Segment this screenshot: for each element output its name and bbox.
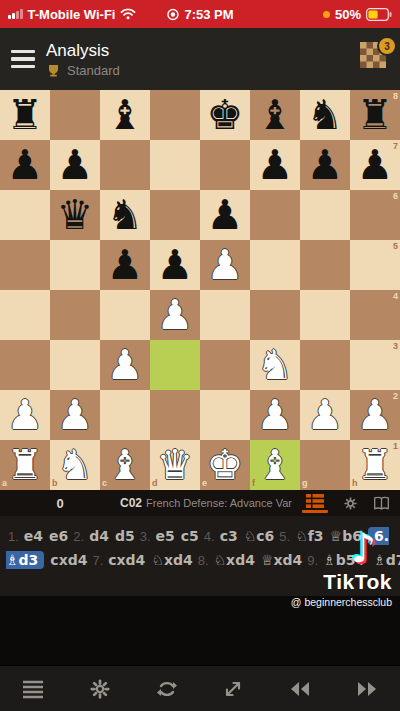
white-b-piece: ♝ [100, 440, 150, 490]
square-c3[interactable]: ♟ [100, 340, 150, 390]
rank-label-8: 8 [393, 92, 398, 101]
square-c7[interactable] [100, 140, 150, 190]
square-f6[interactable] [250, 190, 300, 240]
gear-nodes-icon [342, 495, 359, 512]
tab-move-list[interactable] [302, 494, 328, 513]
square-h4[interactable]: 4 [350, 290, 400, 340]
black-p-piece: ♟ [150, 240, 200, 290]
move-number: 7. [92, 553, 103, 568]
cycle-arrows-icon [155, 678, 179, 700]
white-n-piece: ♞ [250, 340, 300, 390]
move-list-icon [306, 494, 324, 508]
square-a1[interactable]: ♜a [0, 440, 50, 490]
status-bar: T-Mobile Wi-Fi 7:53 PM 50% [0, 0, 400, 28]
screen-recording-icon [166, 8, 179, 21]
black-n-piece: ♞ [300, 90, 350, 140]
rank-label-4: 4 [393, 292, 398, 301]
square-f3[interactable]: ♞ [250, 340, 300, 390]
black-q-piece: ♛ [50, 190, 100, 240]
move-list: 1.e4e62.d4d53.e5c54.c3♘c65.♘f3♕b66. ♗d3c… [0, 516, 400, 596]
square-b5[interactable] [50, 240, 100, 290]
square-a8[interactable]: ♜ [0, 90, 50, 140]
square-d2[interactable] [150, 390, 200, 440]
square-d7[interactable] [150, 140, 200, 190]
square-b4[interactable] [50, 290, 100, 340]
move[interactable]: e5 [156, 528, 175, 544]
move[interactable]: d4 [89, 528, 109, 544]
tab-opening-book[interactable] [373, 496, 390, 511]
battery-icon [366, 8, 392, 21]
rank-label-1: 1 [393, 442, 398, 451]
square-f5[interactable] [250, 240, 300, 290]
rank-label-7: 7 [393, 142, 398, 151]
square-e5[interactable]: ♟ [200, 240, 250, 290]
square-g4[interactable] [300, 290, 350, 340]
white-b-piece: ♝ [250, 440, 300, 490]
square-f8[interactable]: ♝ [250, 90, 300, 140]
eco-code: C02 [120, 496, 142, 510]
rewind-button[interactable] [280, 669, 320, 709]
fast-backward-icon [288, 680, 312, 698]
move[interactable]: cxd4 [108, 552, 145, 568]
square-h8[interactable]: ♜8 [350, 90, 400, 140]
square-d1[interactable]: ♛d [150, 440, 200, 490]
battery-percent: 50% [335, 7, 361, 22]
square-c2[interactable] [100, 390, 150, 440]
square-c1[interactable]: ♝c [100, 440, 150, 490]
move[interactable]: ♗d7 [373, 552, 400, 568]
move[interactable]: ♘xd4 [151, 552, 192, 568]
menu-button[interactable] [0, 50, 46, 69]
move[interactable]: cxd4 [50, 552, 87, 568]
eval-value: 0 [0, 496, 120, 511]
square-d8[interactable] [150, 90, 200, 140]
white-p-piece: ♟ [300, 390, 350, 440]
chess-board: ♜♝♚♝♞♜8♟♟♟♟♟7♛♞♟6♟♟♟5♟4♟♞3♟♟♟♟♟2♜a♞b♝c♛d… [0, 90, 400, 490]
square-e2[interactable] [200, 390, 250, 440]
square-g2[interactable]: ♟ [300, 390, 350, 440]
square-e8[interactable]: ♚ [200, 90, 250, 140]
square-d6[interactable] [150, 190, 200, 240]
file-label-f: f [252, 479, 255, 488]
black-p-piece: ♟ [50, 140, 100, 190]
rank-label-2: 2 [393, 392, 398, 401]
square-h2[interactable]: ♟2 [350, 390, 400, 440]
app-header: Analysis Standard 3 [0, 28, 400, 90]
square-b3[interactable] [50, 340, 100, 390]
file-label-h: h [352, 479, 358, 488]
board-switcher-button[interactable]: 3 [360, 42, 390, 72]
white-r-piece: ♜ [0, 440, 50, 490]
square-a5[interactable] [0, 240, 50, 290]
notification-badge: 3 [377, 36, 397, 56]
square-b6[interactable]: ♛ [50, 190, 100, 240]
move[interactable]: ♘xd4 [214, 552, 255, 568]
black-p-piece: ♟ [100, 240, 150, 290]
move[interactable]: ♕xd4 [261, 552, 302, 568]
file-label-g: g [302, 479, 308, 488]
square-h5[interactable]: 5 [350, 240, 400, 290]
book-icon [373, 496, 390, 511]
black-k-piece: ♚ [200, 90, 250, 140]
move[interactable]: ♘c6 [244, 528, 275, 544]
move-number: 3. [140, 529, 151, 544]
lower-background [0, 596, 400, 665]
move[interactable]: ♘f3 [295, 528, 323, 544]
square-a3[interactable] [0, 340, 50, 390]
gear-icon [89, 678, 111, 700]
square-b8[interactable] [50, 90, 100, 140]
rank-label-5: 5 [393, 242, 398, 251]
move-number: 9. [307, 553, 318, 568]
square-h1[interactable]: ♜h1 [350, 440, 400, 490]
move[interactable]: c5 [181, 528, 199, 544]
square-h3[interactable]: 3 [350, 340, 400, 390]
trophy-icon [46, 64, 61, 77]
square-a2[interactable]: ♟ [0, 390, 50, 440]
cellular-signal-icon [8, 9, 23, 19]
move[interactable]: ♗b5+ [323, 552, 367, 568]
square-d4[interactable]: ♟ [150, 290, 200, 340]
analysis-screen: T-Mobile Wi-Fi 7:53 PM 50% [0, 0, 400, 711]
opening-bar: 0 C02French Defense: Advance Variation, … [0, 490, 400, 516]
square-a7[interactable]: ♟ [0, 140, 50, 190]
white-k-piece: ♚ [200, 440, 250, 490]
microphone-indicator-icon [323, 11, 330, 18]
square-a4[interactable] [0, 290, 50, 340]
page-title: Analysis [46, 41, 120, 61]
move-number: 2. [73, 529, 84, 544]
black-p-piece: ♟ [300, 140, 350, 190]
white-p-piece: ♟ [50, 390, 100, 440]
square-d5[interactable]: ♟ [150, 240, 200, 290]
list-icon [21, 679, 45, 699]
fast-forward-button[interactable] [347, 669, 387, 709]
square-g5[interactable] [300, 240, 350, 290]
white-p-piece: ♟ [0, 390, 50, 440]
settings-button[interactable] [80, 669, 120, 709]
file-label-e: e [202, 479, 207, 488]
tab-engine-settings[interactable] [342, 495, 359, 512]
square-b1[interactable]: ♞b [50, 440, 100, 490]
move[interactable]: c3 [220, 528, 238, 544]
carrier-label: T-Mobile Wi-Fi [28, 7, 116, 22]
square-e1[interactable]: ♚e [200, 440, 250, 490]
flip-board-button[interactable] [147, 669, 187, 709]
opening-name: C02French Defense: Advance Variation, … [120, 496, 292, 510]
square-c8[interactable]: ♝ [100, 90, 150, 140]
collapse-button[interactable] [213, 669, 253, 709]
black-b-piece: ♝ [100, 90, 150, 140]
square-g1[interactable]: g [300, 440, 350, 490]
black-p-piece: ♟ [250, 140, 300, 190]
fast-forward-icon [355, 680, 379, 698]
square-g3[interactable] [300, 340, 350, 390]
square-h7[interactable]: ♟7 [350, 140, 400, 190]
square-e6[interactable]: ♟ [200, 190, 250, 240]
file-label-d: d [152, 479, 158, 488]
square-b7[interactable]: ♟ [50, 140, 100, 190]
black-b-piece: ♝ [250, 90, 300, 140]
square-e3[interactable] [200, 340, 250, 390]
white-p-piece: ♟ [100, 340, 150, 390]
square-f2[interactable]: ♟ [250, 390, 300, 440]
menu-list-button[interactable] [13, 669, 53, 709]
square-a6[interactable] [0, 190, 50, 240]
rank-label-3: 3 [393, 342, 398, 351]
black-p-piece: ♟ [0, 140, 50, 190]
square-c6[interactable]: ♞ [100, 190, 150, 240]
move-number: 1. [8, 529, 19, 544]
square-h6[interactable]: 6 [350, 190, 400, 240]
move-number: 4. [204, 529, 215, 544]
square-c5[interactable]: ♟ [100, 240, 150, 290]
square-c4[interactable] [100, 290, 150, 340]
black-p-piece: ♟ [200, 190, 250, 240]
white-q-piece: ♛ [150, 440, 200, 490]
move[interactable]: e6 [49, 528, 68, 544]
move[interactable]: d5 [115, 528, 135, 544]
white-p-piece: ♟ [250, 390, 300, 440]
move-number: 5. [279, 529, 290, 544]
file-label-a: a [2, 479, 7, 488]
square-b2[interactable]: ♟ [50, 390, 100, 440]
move[interactable]: ♕b6 [330, 528, 362, 544]
bottom-toolbar [0, 665, 400, 711]
square-f1[interactable]: ♝f [250, 440, 300, 490]
square-g8[interactable]: ♞ [300, 90, 350, 140]
square-f7[interactable]: ♟ [250, 140, 300, 190]
move[interactable]: e4 [24, 528, 43, 544]
variant-label: Standard [67, 63, 120, 78]
square-g6[interactable] [300, 190, 350, 240]
diagonal-arrows-icon [223, 679, 243, 699]
square-g7[interactable]: ♟ [300, 140, 350, 190]
square-e7[interactable] [200, 140, 250, 190]
file-label-b: b [52, 479, 58, 488]
file-label-c: c [102, 479, 107, 488]
clock-time: 7:53 PM [184, 7, 233, 22]
white-p-piece: ♟ [150, 290, 200, 340]
wifi-icon [120, 8, 136, 20]
square-e4[interactable] [200, 290, 250, 340]
active-tab-underline [302, 510, 328, 513]
black-r-piece: ♜ [0, 90, 50, 140]
black-n-piece: ♞ [100, 190, 150, 240]
move-number: 8. [198, 553, 209, 568]
white-p-piece: ♟ [200, 240, 250, 290]
square-f4[interactable] [250, 290, 300, 340]
square-d3[interactable] [150, 340, 200, 390]
rank-label-6: 6 [393, 192, 398, 201]
